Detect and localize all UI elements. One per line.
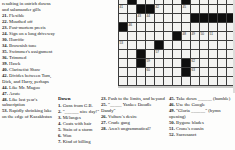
clue-number-label: 24.	[2, 31, 9, 36]
clue: 23. Post-mortem precis	[2, 25, 57, 31]
grid-cell[interactable]	[146, 41, 154, 49]
grid-cell[interactable]	[146, 0, 154, 4]
grid-cell[interactable]	[209, 23, 217, 31]
clue-number-label: 23.	[2, 25, 9, 30]
clue-text: Use the Google	[176, 102, 205, 107]
clue: 2. "______ nice day!"	[58, 109, 100, 115]
grid-cell[interactable]: 46	[128, 23, 136, 31]
grid-cell[interactable]	[209, 77, 217, 85]
clue-text: Stain of a storm	[63, 127, 93, 132]
clue-number-label: 40.	[2, 67, 9, 72]
clue: 5. Stain of a storm	[58, 127, 100, 133]
clue-text: Trimmed	[9, 55, 26, 60]
grid-cell[interactable]	[164, 14, 172, 22]
down-clue-list-2: 23. Push to the limits, and beyond25. "_…	[101, 96, 167, 131]
grid-cell[interactable]	[182, 23, 190, 31]
grid-cell[interactable]	[173, 41, 181, 49]
grid-cell[interactable]	[128, 50, 136, 58]
grid-cell[interactable]	[182, 41, 190, 49]
clue: 34. Brownish tone	[2, 43, 57, 49]
clue: 1. Guns from G.B.	[58, 103, 100, 109]
clue-text: Push to the limits, and beyond	[108, 96, 165, 101]
clue-number: 46	[129, 23, 133, 27]
grid-cell[interactable]	[218, 59, 226, 67]
clue-text: Hawk	[9, 61, 20, 66]
clue: 47. Acute	[2, 91, 57, 97]
grid-cell[interactable]	[173, 5, 181, 13]
down-clues-column-1: Down 1. Guns from G.B.2. "______ nice da…	[58, 96, 100, 145]
grid-cell[interactable]	[119, 68, 127, 76]
grid-cell[interactable]	[173, 59, 181, 67]
down-clues-column-3: 45. Take down ______ (humble)46. Use the…	[169, 96, 233, 138]
grid-cell[interactable]: 57	[155, 50, 163, 58]
clue-number: 51	[210, 32, 214, 36]
clue-number-label: 22.	[2, 19, 9, 24]
clue-number-label: 36.	[2, 55, 9, 60]
grid-cell[interactable]	[155, 32, 163, 40]
grid-cell[interactable]	[173, 23, 181, 31]
grid-cell[interactable]	[137, 77, 145, 85]
clue: 44. Like Mr. Magoo	[2, 85, 57, 91]
clue-number-label: 44.	[2, 85, 9, 90]
grid-cell[interactable]: 59	[146, 59, 154, 67]
grid-cell[interactable]	[200, 5, 208, 13]
grid-cell[interactable]	[209, 59, 217, 67]
grid-cell[interactable]	[146, 32, 154, 40]
clue-number: 59	[147, 59, 151, 63]
clue: 21. Flexible	[2, 13, 57, 19]
grid-cell[interactable]: 51	[209, 32, 217, 40]
clue-continuation-text: resulting in ostrich downs and salamande…	[2, 1, 57, 12]
clue: 6. Won	[58, 133, 100, 139]
grid-cell[interactable]	[173, 14, 181, 22]
grid-cell-black	[200, 14, 208, 22]
clue-number: 42	[156, 5, 160, 9]
clue: 3. Mélanges	[58, 115, 100, 121]
grid-cell[interactable]	[164, 41, 172, 49]
grid-cell[interactable]	[200, 59, 208, 67]
clue-number: 48	[183, 32, 187, 36]
clue-text: "______ nice day!"	[63, 109, 99, 114]
grid-cell-black	[137, 5, 145, 13]
grid-cell[interactable]	[209, 41, 217, 49]
grid-cell[interactable]: 62	[191, 59, 199, 67]
clue-text: Like Mr. Magoo	[9, 85, 40, 90]
grid-cell[interactable]: 41	[119, 5, 127, 13]
clue-text: Rapidly shrinking lake on the edge of Ka…	[2, 108, 52, 119]
grid-cell[interactable]	[155, 0, 163, 4]
clue: 40. Clarinetist Shaw	[2, 67, 57, 73]
grid-cell[interactable]: 39	[191, 0, 199, 4]
page-edge-shadow	[233, 0, 235, 93]
grid-cell[interactable]	[128, 14, 136, 22]
clue-text: Kind of billing	[63, 139, 91, 144]
clue: 7. Kind of billing	[58, 139, 100, 145]
grid-cell[interactable]	[218, 77, 226, 85]
clue-number-label: 46.	[169, 102, 176, 107]
grid-cell-black	[173, 32, 181, 40]
clue-number-label: 53.	[2, 108, 9, 113]
clue-number: 49	[192, 32, 196, 36]
clue: 42. Divides between Tom, Dick, and Harry…	[2, 73, 57, 84]
grid-cell[interactable]	[137, 23, 145, 31]
grid-cell[interactable]	[182, 50, 190, 58]
grid-cell[interactable]	[164, 23, 172, 31]
grid-cell[interactable]	[128, 68, 136, 76]
clue-text: Divides between Tom, Dick, and Harry, pe…	[2, 73, 51, 84]
grid-bottom-shadow	[118, 86, 235, 88]
grid-cell[interactable]: 53	[119, 41, 127, 49]
grid-cell[interactable]	[119, 59, 127, 67]
grid-cell[interactable]	[218, 41, 226, 49]
clue-text: Vulture's desire	[108, 114, 137, 119]
across-clue-list: 21. Flexible22. Mouthed off23. Post-mort…	[2, 13, 57, 120]
clue: 22. Mouthed off	[2, 19, 57, 25]
clue-text: Sacrosanct	[176, 132, 196, 137]
grid-cell[interactable]	[155, 14, 163, 22]
clue-number: 44	[147, 14, 151, 18]
grid-cell-black	[137, 50, 145, 58]
grid-cell[interactable]	[191, 5, 199, 13]
grid-cell[interactable]	[119, 32, 127, 40]
clue-number: 62	[192, 59, 196, 63]
grid-cell[interactable]	[209, 5, 217, 13]
clue: 24. Sign on a long driveway	[2, 31, 57, 37]
clue-text: "Gloria ______" (hymn opening)	[169, 108, 220, 119]
clue-text: Post-mortem precis	[9, 25, 46, 30]
clue: 53. Rapidly shrinking lake on the edge o…	[2, 108, 57, 119]
clue: 46. Use the Google	[169, 102, 233, 108]
grid-cell[interactable]: 38	[173, 0, 181, 4]
clue-text: Horrific	[9, 37, 24, 42]
grid-cell[interactable]	[119, 0, 127, 4]
grid-cell[interactable]	[209, 68, 217, 76]
grid-cell[interactable]	[119, 77, 127, 85]
clue-text: Sign on a long driveway	[9, 31, 55, 36]
clue: 51. Crone's cousin	[169, 126, 233, 132]
grid-cell[interactable]	[191, 50, 199, 58]
crossword-grid-viewport: 3637383941424543444648495051535759626063	[118, 0, 235, 86]
grid-cell[interactable]	[200, 50, 208, 58]
clue: 27. Crude gang	[101, 120, 167, 126]
grid-cell[interactable]	[173, 77, 181, 85]
grid-cell[interactable]	[191, 23, 199, 31]
clue: 26. Vulture's desire	[101, 114, 167, 120]
clue-number-label: 47.	[2, 91, 9, 96]
clue-number-label: 42.	[2, 73, 9, 78]
grid-cell-black	[182, 0, 190, 4]
clue-number-label: 51.	[169, 126, 176, 131]
clue-number-label: 25.	[101, 102, 108, 107]
grid-cell-black	[209, 14, 217, 22]
grid-cell[interactable]	[128, 5, 136, 13]
clue-number: 50	[201, 32, 205, 36]
grid-cell[interactable]	[200, 23, 208, 31]
grid-cell[interactable]	[191, 41, 199, 49]
grid-cell[interactable]	[137, 32, 145, 40]
clue-number-label: 52.	[169, 132, 176, 137]
grid-cell[interactable]	[128, 41, 136, 49]
grid-cell[interactable]	[137, 68, 145, 76]
clue-number-label: 30.	[2, 37, 9, 42]
down-clues-column-2: 23. Push to the limits, and beyond25. "_…	[101, 96, 167, 132]
clue-number: 45	[183, 5, 187, 9]
grid-cell[interactable]	[200, 68, 208, 76]
clue-text: Take down ______ (humble)	[176, 96, 230, 101]
clue-text: Swimmer's assignment	[9, 49, 52, 54]
clue: 28. Aren't ungrammatical?	[101, 126, 167, 132]
clue-number-label: 34.	[2, 43, 9, 48]
grid-cell[interactable]: 60	[146, 68, 154, 76]
grid-cell[interactable]: 37	[164, 0, 172, 4]
grid-cell[interactable]	[182, 14, 190, 22]
grid-cell[interactable]	[119, 50, 127, 58]
clue: 45. Take down ______ (humble)	[169, 96, 233, 102]
clue-text: "_____ Yankee Doodle Dandy"	[101, 102, 151, 113]
clue: 49. "Gloria ______" (hymn opening)	[169, 108, 233, 119]
clue-number-label: 48.	[2, 97, 9, 102]
clue: 52. Sacrosanct	[169, 132, 233, 138]
grid-cell[interactable]	[218, 5, 226, 13]
down-clue-list-3: 45. Take down ______ (humble)46. Use the…	[169, 96, 233, 137]
clue-number-label: 28.	[101, 126, 108, 131]
clue-number-label: 23.	[101, 96, 108, 101]
clue: 36. Trimmed	[2, 55, 57, 61]
clue-number-label: 35.	[2, 49, 9, 54]
grid-cell[interactable]: 44	[146, 14, 154, 22]
grid-cell[interactable]	[164, 50, 172, 58]
grid-cell-black	[128, 0, 136, 4]
clue-text: Mouthed off	[9, 19, 32, 24]
grid-cell[interactable]	[137, 41, 145, 49]
grid-cell[interactable]	[155, 59, 163, 67]
grid-cell[interactable]	[128, 32, 136, 40]
grid-cell-black	[119, 23, 127, 31]
grid-cell[interactable]	[173, 68, 181, 76]
grid-cell[interactable]	[218, 0, 226, 4]
grid-cell[interactable]	[164, 32, 172, 40]
clue-number: 53	[120, 41, 124, 45]
clue-number-label: 45.	[169, 96, 176, 101]
grid-cell[interactable]	[128, 77, 136, 85]
clue-text: Coats with hair	[63, 121, 92, 126]
grid-cell-black	[182, 68, 190, 76]
grid-cell[interactable]	[218, 68, 226, 76]
clue-text: Guns from G.B.	[63, 103, 93, 108]
clue-text: Crude gang	[108, 120, 130, 125]
clue: 50. Bygone blades	[169, 120, 233, 126]
grid-cell[interactable]	[164, 68, 172, 76]
down-header: Down	[58, 96, 100, 102]
grid-cell[interactable]	[218, 32, 226, 40]
clue-text: Mélanges	[63, 115, 81, 120]
grid-cell[interactable]	[200, 0, 208, 4]
clue: 35. Swimmer's assignment	[2, 49, 57, 55]
grid-cell-black	[137, 59, 145, 67]
clue: 25. "_____ Yankee Doodle Dandy"	[101, 102, 167, 113]
clue: 39. Hawk	[2, 61, 57, 67]
grid-cell[interactable]	[155, 23, 163, 31]
grid-cell[interactable]	[191, 77, 199, 85]
clue-text: Brownish tone	[9, 43, 36, 48]
grid-cell[interactable]	[173, 50, 181, 58]
clue-number: 43	[138, 14, 142, 18]
grid-cell[interactable]: 43	[137, 14, 145, 22]
clue-text: Aren't ungrammatical?	[108, 126, 151, 131]
clue: 48. Like last year's subscription	[2, 97, 57, 108]
grid-cell-black	[182, 59, 190, 67]
grid-cell-black	[218, 14, 226, 22]
clue-number: 60	[147, 68, 151, 72]
grid-cell[interactable]	[209, 0, 217, 4]
grid-cell[interactable]	[200, 77, 208, 85]
grid-cell[interactable]	[164, 59, 172, 67]
clue-number-label: 27.	[101, 120, 108, 125]
clue-number: 41	[120, 5, 124, 9]
clue-number: 63	[192, 68, 196, 72]
clue-text: Won	[63, 133, 72, 138]
grid-cell[interactable]	[182, 77, 190, 85]
grid-cell[interactable]	[146, 23, 154, 31]
grid-cell[interactable]	[209, 50, 217, 58]
clue-text: Acute	[9, 91, 20, 96]
clue: 30. Horrific	[2, 37, 57, 43]
grid-cell[interactable]	[155, 77, 163, 85]
down-clue-list-1: 1. Guns from G.B.2. "______ nice day!"3.…	[58, 103, 100, 145]
grid-cell-black	[155, 41, 163, 49]
grid-cell[interactable]: 49	[191, 32, 199, 40]
clue-text: Flexible	[9, 13, 24, 18]
grid-cell[interactable]	[128, 59, 136, 67]
clue-number-label: 49.	[169, 108, 176, 113]
clue: 4. Coats with hair	[58, 121, 100, 127]
clue: 23. Push to the limits, and beyond	[101, 96, 167, 102]
grid-cell[interactable]	[218, 23, 226, 31]
grid-cell[interactable]	[146, 77, 154, 85]
crossword-page: resulting in ostrich downs and salamande…	[0, 0, 235, 150]
grid-cell[interactable]	[146, 50, 154, 58]
crossword-grid: 3637383941424543444648495051535759626063	[118, 0, 235, 86]
grid-cell[interactable]	[155, 68, 163, 76]
grid-cell[interactable]: 45	[182, 5, 190, 13]
grid-cell[interactable]: 36	[137, 0, 145, 4]
grid-cell[interactable]	[200, 41, 208, 49]
grid-cell[interactable]	[218, 50, 226, 58]
clue-number-label: 39.	[2, 61, 9, 66]
clue-number-label: 50.	[169, 120, 176, 125]
clue-number-label: 26.	[101, 114, 108, 119]
clue-text: Crone's cousin	[176, 126, 204, 131]
clue-text: Clarinetist Shaw	[9, 67, 40, 72]
grid-cell-black	[191, 14, 199, 22]
grid-cell[interactable]: 63	[191, 68, 199, 76]
grid-cell-black	[146, 5, 154, 13]
clue-number: 57	[156, 50, 160, 54]
grid-cell[interactable]	[164, 77, 172, 85]
grid-cell[interactable]	[164, 5, 172, 13]
across-clues-column: resulting in ostrich downs and salamande…	[2, 1, 57, 120]
grid-cell[interactable]: 42	[155, 5, 163, 13]
clue-number-label: 21.	[2, 13, 9, 18]
grid-cell[interactable]: 50	[200, 32, 208, 40]
clue-text: Bygone blades	[176, 120, 204, 125]
grid-cell[interactable]	[119, 14, 127, 22]
grid-cell[interactable]: 48	[182, 32, 190, 40]
